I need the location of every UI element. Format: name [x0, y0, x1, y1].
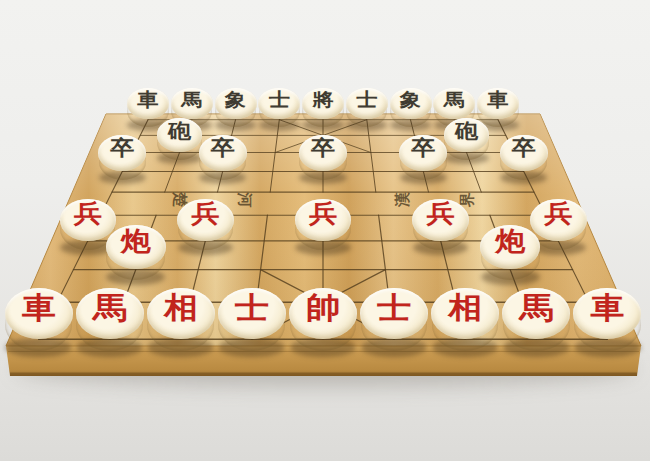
piece-black-soldier-5[interactable]: 卒: [500, 135, 548, 182]
piece-top-face: 卒: [500, 135, 548, 171]
piece-black-soldier-2[interactable]: 卒: [199, 135, 247, 182]
piece-red-chariot-left[interactable]: 車: [5, 288, 73, 355]
piece-glyph: 兵: [427, 202, 455, 227]
piece-glyph: 兵: [544, 202, 572, 227]
piece-glyph: 馬: [93, 292, 127, 322]
piece-top-face: 炮: [480, 225, 540, 270]
piece-top-face: 馬: [502, 288, 570, 339]
piece-glyph: 砲: [455, 121, 478, 141]
piece-glyph: 車: [22, 292, 56, 322]
piece-top-face: 象: [215, 88, 257, 119]
piece-black-advisor-left[interactable]: 士: [258, 88, 300, 129]
piece-glyph: 士: [235, 292, 269, 322]
piece-glyph: 炮: [495, 228, 525, 254]
piece-red-cannon-left[interactable]: 炮: [106, 225, 166, 284]
piece-glyph: 車: [590, 292, 624, 322]
piece-black-general[interactable]: 將: [302, 88, 344, 129]
piece-red-general[interactable]: 帥: [289, 288, 357, 355]
piece-glyph: 將: [313, 91, 334, 109]
piece-glyph: 卒: [512, 138, 536, 159]
piece-glyph: 卒: [311, 138, 335, 159]
piece-black-cannon-left[interactable]: 砲: [157, 118, 203, 163]
piece-top-face: 卒: [199, 135, 247, 171]
piece-glyph: 相: [164, 292, 198, 322]
piece-red-soldier-3[interactable]: 兵: [295, 199, 352, 254]
piece-top-face: 士: [360, 288, 428, 339]
piece-glyph: 帥: [306, 292, 340, 322]
piece-glyph: 車: [138, 91, 159, 109]
piece-glyph: 卒: [411, 138, 435, 159]
piece-top-face: 帥: [289, 288, 357, 339]
piece-red-advisor-right[interactable]: 士: [360, 288, 428, 355]
piece-glyph: 士: [269, 91, 290, 109]
piece-top-face: 炮: [106, 225, 166, 270]
piece-top-face: 相: [147, 288, 215, 339]
piece-glyph: 車: [488, 91, 509, 109]
piece-black-cannon-right[interactable]: 砲: [444, 118, 490, 163]
piece-black-soldier-4[interactable]: 卒: [399, 135, 447, 182]
piece-black-soldier-3[interactable]: 卒: [299, 135, 347, 182]
piece-top-face: 兵: [412, 199, 469, 241]
piece-red-horse-left[interactable]: 馬: [76, 288, 144, 355]
piece-top-face: 車: [573, 288, 641, 339]
piece-red-horse-right[interactable]: 馬: [502, 288, 570, 355]
piece-top-face: 相: [431, 288, 499, 339]
piece-black-elephant-right[interactable]: 象: [390, 88, 432, 129]
piece-top-face: 士: [218, 288, 286, 339]
piece-glyph: 兵: [191, 202, 219, 227]
piece-red-cannon-right[interactable]: 炮: [480, 225, 540, 284]
piece-glyph: 卒: [211, 138, 235, 159]
piece-glyph: 炮: [121, 228, 151, 254]
piece-black-elephant-left[interactable]: 象: [215, 88, 257, 129]
piece-glyph: 馬: [444, 91, 465, 109]
piece-red-advisor-left[interactable]: 士: [218, 288, 286, 355]
piece-top-face: 馬: [76, 288, 144, 339]
piece-glyph: 士: [356, 91, 377, 109]
piece-top-face: 兵: [177, 199, 234, 241]
piece-glyph: 兵: [74, 202, 102, 227]
xiangqi-photo-stage: 楚河漢界 車馬象士將士象馬車砲砲卒卒卒卒卒兵兵兵兵兵炮炮車馬相士帥士相馬車: [0, 0, 650, 461]
piece-red-chariot-right[interactable]: 車: [573, 288, 641, 355]
piece-glyph: 卒: [110, 138, 134, 159]
piece-red-elephant-left[interactable]: 相: [147, 288, 215, 355]
piece-glyph: 兵: [309, 202, 337, 227]
piece-top-face: 車: [5, 288, 73, 339]
piece-black-advisor-right[interactable]: 士: [346, 88, 388, 129]
piece-red-elephant-right[interactable]: 相: [431, 288, 499, 355]
piece-glyph: 象: [400, 91, 421, 109]
piece-black-soldier-1[interactable]: 卒: [98, 135, 146, 182]
pieces-layer: 車馬象士將士象馬車砲砲卒卒卒卒卒兵兵兵兵兵炮炮車馬相士帥士相馬車: [0, 0, 650, 461]
piece-red-soldier-4[interactable]: 兵: [412, 199, 469, 254]
piece-glyph: 砲: [168, 121, 191, 141]
piece-glyph: 士: [377, 292, 411, 322]
piece-red-soldier-2[interactable]: 兵: [177, 199, 234, 254]
piece-glyph: 象: [225, 91, 246, 109]
piece-glyph: 馬: [181, 91, 202, 109]
piece-top-face: 卒: [299, 135, 347, 171]
piece-glyph: 相: [448, 292, 482, 322]
piece-glyph: 馬: [519, 292, 553, 322]
piece-top-face: 兵: [295, 199, 352, 241]
piece-top-face: 象: [390, 88, 432, 119]
